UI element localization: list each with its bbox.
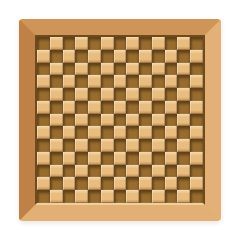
- board-square-light[interactable]: [63, 126, 76, 139]
- board-square-dark[interactable]: [190, 190, 203, 203]
- board-square-light[interactable]: [114, 152, 127, 165]
- board-square-dark[interactable]: [88, 165, 101, 178]
- board-square-light[interactable]: [177, 37, 190, 50]
- board-square-light[interactable]: [88, 126, 101, 139]
- board-square-dark[interactable]: [126, 152, 139, 165]
- board-square-dark[interactable]: [139, 139, 152, 152]
- board-square-light[interactable]: [75, 37, 88, 50]
- board-square-dark[interactable]: [190, 88, 203, 101]
- board-square-light[interactable]: [165, 126, 178, 139]
- board-square-dark[interactable]: [75, 126, 88, 139]
- board-square-dark[interactable]: [88, 139, 101, 152]
- board-square-dark[interactable]: [50, 50, 63, 63]
- board-square-dark[interactable]: [63, 114, 76, 127]
- board-square-light[interactable]: [101, 114, 114, 127]
- board-square-light[interactable]: [114, 177, 127, 190]
- board-square-light[interactable]: [37, 126, 50, 139]
- board-square-dark[interactable]: [75, 50, 88, 63]
- board-square-dark[interactable]: [63, 190, 76, 203]
- board-square-light[interactable]: [152, 88, 165, 101]
- board-square-light[interactable]: [114, 75, 127, 88]
- board-square-dark[interactable]: [190, 63, 203, 76]
- board-square-dark[interactable]: [126, 126, 139, 139]
- board-square-light[interactable]: [37, 50, 50, 63]
- board-square-light[interactable]: [190, 177, 203, 190]
- board-square-light[interactable]: [75, 114, 88, 127]
- board-square-dark[interactable]: [63, 37, 76, 50]
- board-square-dark[interactable]: [152, 75, 165, 88]
- board-square-dark[interactable]: [165, 114, 178, 127]
- board-square-light[interactable]: [75, 139, 88, 152]
- board-square-light[interactable]: [152, 139, 165, 152]
- board-square-dark[interactable]: [152, 177, 165, 190]
- board-square-light[interactable]: [126, 63, 139, 76]
- board-square-light[interactable]: [101, 63, 114, 76]
- board-square-dark[interactable]: [126, 177, 139, 190]
- board-square-light[interactable]: [165, 101, 178, 114]
- board-square-light[interactable]: [50, 63, 63, 76]
- board-square-dark[interactable]: [63, 63, 76, 76]
- board-square-dark[interactable]: [88, 37, 101, 50]
- board-square-dark[interactable]: [114, 190, 127, 203]
- board-square-dark[interactable]: [37, 114, 50, 127]
- board-square-dark[interactable]: [139, 165, 152, 178]
- board-square-dark[interactable]: [165, 165, 178, 178]
- board-square-light[interactable]: [126, 139, 139, 152]
- board-square-light[interactable]: [152, 63, 165, 76]
- board-square-light[interactable]: [63, 75, 76, 88]
- board-square-light[interactable]: [139, 152, 152, 165]
- board-square-dark[interactable]: [114, 88, 127, 101]
- board-square-dark[interactable]: [114, 63, 127, 76]
- board-square-dark[interactable]: [88, 190, 101, 203]
- board-square-dark[interactable]: [75, 101, 88, 114]
- board-square-light[interactable]: [152, 165, 165, 178]
- board-square-dark[interactable]: [139, 37, 152, 50]
- board-square-dark[interactable]: [114, 114, 127, 127]
- board-square-light[interactable]: [139, 50, 152, 63]
- board-square-dark[interactable]: [50, 177, 63, 190]
- board-square-light[interactable]: [190, 75, 203, 88]
- board-square-dark[interactable]: [165, 88, 178, 101]
- board-square-dark[interactable]: [139, 114, 152, 127]
- board-square-light[interactable]: [126, 190, 139, 203]
- board-square-dark[interactable]: [190, 37, 203, 50]
- board-square-light[interactable]: [165, 50, 178, 63]
- board-square-dark[interactable]: [101, 50, 114, 63]
- board-square-dark[interactable]: [63, 139, 76, 152]
- board-square-light[interactable]: [126, 37, 139, 50]
- board-square-light[interactable]: [114, 50, 127, 63]
- board-square-dark[interactable]: [177, 152, 190, 165]
- board-square-light[interactable]: [50, 37, 63, 50]
- board-square-light[interactable]: [50, 114, 63, 127]
- board-square-dark[interactable]: [75, 75, 88, 88]
- board-square-light[interactable]: [177, 165, 190, 178]
- board-square-light[interactable]: [190, 101, 203, 114]
- board-square-dark[interactable]: [152, 152, 165, 165]
- board-square-light[interactable]: [139, 75, 152, 88]
- board-square-dark[interactable]: [37, 190, 50, 203]
- board-square-light[interactable]: [101, 139, 114, 152]
- board-square-light[interactable]: [190, 126, 203, 139]
- board-square-dark[interactable]: [126, 101, 139, 114]
- board-square-light[interactable]: [88, 101, 101, 114]
- board-square-dark[interactable]: [114, 37, 127, 50]
- board-square-dark[interactable]: [37, 63, 50, 76]
- board-square-dark[interactable]: [177, 177, 190, 190]
- board-square-light[interactable]: [126, 88, 139, 101]
- board-square-dark[interactable]: [88, 114, 101, 127]
- board-square-light[interactable]: [63, 50, 76, 63]
- board-square-dark[interactable]: [101, 152, 114, 165]
- board-square-dark[interactable]: [101, 126, 114, 139]
- board-square-dark[interactable]: [114, 165, 127, 178]
- board-square-dark[interactable]: [75, 152, 88, 165]
- board-square-dark[interactable]: [63, 88, 76, 101]
- board-square-light[interactable]: [165, 177, 178, 190]
- board-square-light[interactable]: [101, 37, 114, 50]
- board-square-light[interactable]: [152, 37, 165, 50]
- board-square-light[interactable]: [190, 152, 203, 165]
- board-square-dark[interactable]: [75, 177, 88, 190]
- board-square-light[interactable]: [75, 190, 88, 203]
- board-square-dark[interactable]: [139, 190, 152, 203]
- board-square-light[interactable]: [152, 114, 165, 127]
- board-square-light[interactable]: [50, 165, 63, 178]
- board-square-light[interactable]: [88, 152, 101, 165]
- board-square-light[interactable]: [152, 190, 165, 203]
- board-square-dark[interactable]: [88, 63, 101, 76]
- wooden-frame: [19, 19, 221, 221]
- board-square-dark[interactable]: [37, 139, 50, 152]
- board-square-dark[interactable]: [126, 50, 139, 63]
- board-square-dark[interactable]: [37, 165, 50, 178]
- board-square-light[interactable]: [63, 152, 76, 165]
- board-square-light[interactable]: [139, 126, 152, 139]
- board-square-dark[interactable]: [152, 126, 165, 139]
- board-square-light[interactable]: [101, 165, 114, 178]
- board-square-light[interactable]: [101, 190, 114, 203]
- board-square-light[interactable]: [126, 165, 139, 178]
- board-square-dark[interactable]: [88, 88, 101, 101]
- board-square-light[interactable]: [190, 50, 203, 63]
- board-square-light[interactable]: [37, 75, 50, 88]
- board-square-light[interactable]: [75, 165, 88, 178]
- board-square-light[interactable]: [37, 101, 50, 114]
- board-square-dark[interactable]: [126, 75, 139, 88]
- board-square-dark[interactable]: [101, 177, 114, 190]
- board-square-light[interactable]: [88, 50, 101, 63]
- board-square-light[interactable]: [63, 101, 76, 114]
- board-square-dark[interactable]: [190, 114, 203, 127]
- board-square-dark[interactable]: [165, 63, 178, 76]
- board-square-dark[interactable]: [63, 165, 76, 178]
- board-square-dark[interactable]: [177, 75, 190, 88]
- board-square-dark[interactable]: [177, 126, 190, 139]
- board-square-light[interactable]: [177, 139, 190, 152]
- board-square-dark[interactable]: [37, 37, 50, 50]
- board-square-light[interactable]: [177, 114, 190, 127]
- board-square-dark[interactable]: [50, 152, 63, 165]
- board-square-light[interactable]: [165, 75, 178, 88]
- board-square-dark[interactable]: [152, 101, 165, 114]
- board-square-light[interactable]: [126, 114, 139, 127]
- board-square-light[interactable]: [88, 75, 101, 88]
- board-square-dark[interactable]: [165, 37, 178, 50]
- board-square-light[interactable]: [75, 63, 88, 76]
- board-square-dark[interactable]: [50, 75, 63, 88]
- board-square-light[interactable]: [114, 126, 127, 139]
- board-square-dark[interactable]: [165, 190, 178, 203]
- board-square-light[interactable]: [114, 101, 127, 114]
- board-square-light[interactable]: [177, 88, 190, 101]
- board-square-light[interactable]: [63, 177, 76, 190]
- board-square-light[interactable]: [177, 190, 190, 203]
- board-square-dark[interactable]: [177, 50, 190, 63]
- board-square-light[interactable]: [75, 88, 88, 101]
- board-square-light[interactable]: [50, 88, 63, 101]
- board-square-light[interactable]: [177, 63, 190, 76]
- board-square-light[interactable]: [88, 177, 101, 190]
- board-square-dark[interactable]: [190, 165, 203, 178]
- board-square-dark[interactable]: [139, 88, 152, 101]
- board-square-dark[interactable]: [50, 101, 63, 114]
- product-photo: [0, 0, 240, 240]
- board-square-light[interactable]: [37, 152, 50, 165]
- board-square-dark[interactable]: [165, 139, 178, 152]
- board-square-light[interactable]: [37, 177, 50, 190]
- checkerboard: [37, 37, 203, 203]
- board-square-light[interactable]: [50, 139, 63, 152]
- frame-inner-groove: [35, 35, 205, 205]
- board-square-dark[interactable]: [152, 50, 165, 63]
- board-square-dark[interactable]: [37, 88, 50, 101]
- board-square-light[interactable]: [50, 190, 63, 203]
- board-square-light[interactable]: [139, 101, 152, 114]
- board-square-dark[interactable]: [139, 63, 152, 76]
- board-square-light[interactable]: [139, 177, 152, 190]
- board-square-dark[interactable]: [114, 139, 127, 152]
- board-square-dark[interactable]: [190, 139, 203, 152]
- board-square-dark[interactable]: [101, 101, 114, 114]
- board-square-dark[interactable]: [50, 126, 63, 139]
- board-square-light[interactable]: [101, 88, 114, 101]
- board-square-dark[interactable]: [101, 75, 114, 88]
- board-square-dark[interactable]: [177, 101, 190, 114]
- board-square-light[interactable]: [165, 152, 178, 165]
